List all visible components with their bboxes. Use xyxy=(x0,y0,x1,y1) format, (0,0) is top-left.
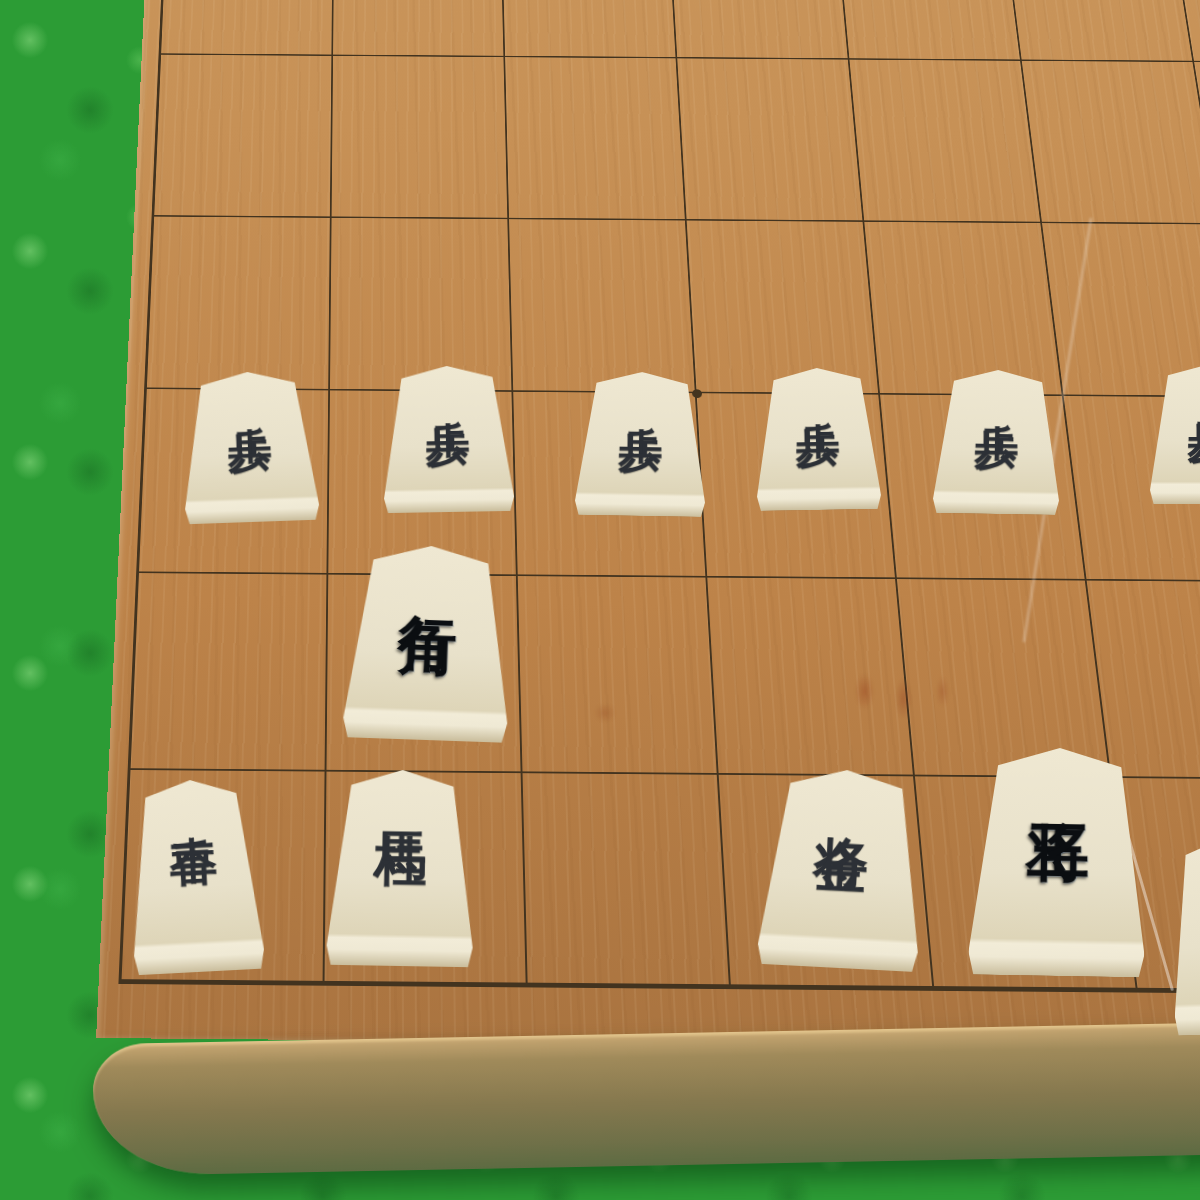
cell-9-8[interactable] xyxy=(131,573,329,771)
cell-8-5[interactable] xyxy=(332,56,509,219)
cell-9-5[interactable] xyxy=(154,55,333,218)
cell-7-5[interactable] xyxy=(505,57,687,220)
cell-8-4[interactable] xyxy=(333,0,505,57)
cell-4-4[interactable] xyxy=(1003,0,1194,62)
hoshi-star-point xyxy=(692,389,702,398)
cell-5-4[interactable] xyxy=(836,0,1022,61)
cell-4-6[interactable] xyxy=(1042,223,1200,397)
board-front-side-face xyxy=(92,1022,1200,1176)
cell-6-6[interactable] xyxy=(687,221,880,395)
cell-7-6[interactable] xyxy=(509,219,697,393)
cell-7-8[interactable] xyxy=(518,576,719,775)
cell-6-8[interactable] xyxy=(707,578,915,777)
cell-6-5[interactable] xyxy=(677,58,864,221)
cell-8-6[interactable] xyxy=(330,218,513,392)
cell-5-5[interactable] xyxy=(849,60,1042,224)
cell-6-4[interactable] xyxy=(668,0,849,60)
cell-7-9[interactable] xyxy=(523,773,731,986)
cell-7-4[interactable] xyxy=(501,0,677,58)
cell-5-6[interactable] xyxy=(864,222,1063,396)
cell-4-5[interactable] xyxy=(1022,61,1200,225)
photo-scene: 歩兵 歩兵 歩兵 歩兵 歩兵 歩兵 角行 香車 桂馬 金将 王将 xyxy=(0,0,1200,1200)
cell-5-8[interactable] xyxy=(897,579,1111,778)
cell-9-4[interactable] xyxy=(161,0,334,56)
cell-9-6[interactable] xyxy=(147,217,332,391)
